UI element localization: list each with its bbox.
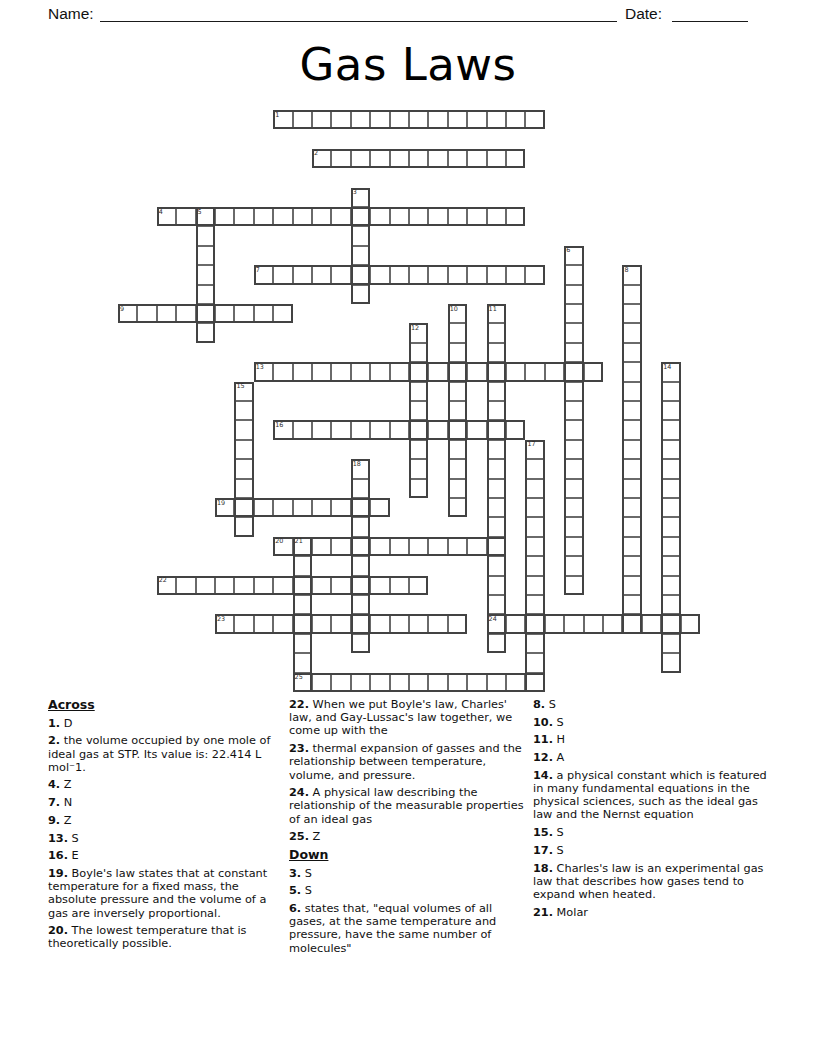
grid-cell[interactable] [487,479,506,498]
grid-cell[interactable] [137,304,156,323]
grid-cell[interactable] [622,401,641,420]
grid-cell[interactable] [525,576,544,595]
grid-cell[interactable] [351,362,370,381]
grid-cell[interactable] [273,304,292,323]
grid-cell[interactable] [622,498,641,517]
grid-cell[interactable] [525,479,544,498]
grid-cell[interactable] [525,537,544,556]
grid-cell[interactable] [351,634,370,653]
grid-cell[interactable] [661,382,680,401]
grid-cell[interactable] [525,653,544,672]
grid-cell[interactable] [545,614,564,633]
grid-cell[interactable] [409,420,428,439]
grid-cell[interactable] [564,459,583,478]
grid-cell[interactable] [448,420,467,439]
grid-cell[interactable] [273,498,292,517]
grid-cell[interactable] [661,479,680,498]
grid-cell[interactable] [409,479,428,498]
grid-cell[interactable] [564,420,583,439]
grid-cell[interactable] [409,382,428,401]
clue-number: 1. [48,717,60,730]
grid-cell[interactable] [448,207,467,226]
grid-cell[interactable] [351,459,370,478]
grid-cell[interactable] [312,420,331,439]
grid-cell[interactable] [196,246,215,265]
grid-cell[interactable] [622,595,641,614]
grid-cell[interactable] [254,362,273,381]
grid-cell[interactable] [506,420,525,439]
grid-cell[interactable] [448,479,467,498]
grid-cell[interactable] [351,110,370,129]
grid-cell[interactable] [564,304,583,323]
grid-cell[interactable] [351,595,370,614]
grid-cell[interactable] [564,498,583,517]
grid-cell[interactable] [254,498,273,517]
grid-cell[interactable] [525,595,544,614]
grid-cell[interactable] [176,576,195,595]
grid-cell[interactable] [448,459,467,478]
grid-cell[interactable] [448,323,467,342]
grid-cell[interactable] [487,401,506,420]
grid-cell[interactable] [409,207,428,226]
grid-cell[interactable] [622,304,641,323]
grid-cell[interactable] [661,537,680,556]
grid-cell[interactable] [370,265,389,284]
grid-cell[interactable] [390,614,409,633]
grid-cell[interactable] [331,265,350,284]
grid-cell[interactable] [331,362,350,381]
grid-cell[interactable] [409,673,428,692]
grid-cell[interactable] [351,149,370,168]
grid-cell[interactable] [293,420,312,439]
grid-cell[interactable] [661,401,680,420]
grid-cell[interactable] [448,343,467,362]
grid-cell[interactable] [331,420,350,439]
grid-cell[interactable] [428,362,447,381]
grid-cell[interactable] [409,343,428,362]
grid-cell[interactable] [448,498,467,517]
grid-cell[interactable] [622,362,641,381]
grid-cell[interactable] [661,498,680,517]
grid-cell[interactable] [273,537,292,556]
grid-cell[interactable] [331,207,350,226]
grid-cell[interactable] [506,673,525,692]
grid-cell[interactable] [331,498,350,517]
grid-cell[interactable] [351,420,370,439]
grid-cell[interactable] [312,110,331,129]
grid-cell[interactable] [312,537,331,556]
clue-item: 4. Z [48,778,286,791]
grid-cell[interactable] [661,556,680,575]
grid-cell[interactable] [487,265,506,284]
clue-number: 7. [48,796,60,809]
grid-cell[interactable] [564,265,583,284]
grid-cell[interactable] [312,576,331,595]
grid-cell[interactable] [564,537,583,556]
grid-cell[interactable] [448,149,467,168]
grid-cell[interactable] [622,479,641,498]
grid-cell[interactable] [370,498,389,517]
grid-cell[interactable] [293,265,312,284]
grid-cell[interactable] [448,614,467,633]
grid-cell[interactable] [448,382,467,401]
grid-cell[interactable] [467,362,486,381]
grid-cell[interactable] [622,537,641,556]
grid-cell[interactable] [487,362,506,381]
grid-cell[interactable] [506,265,525,284]
grid-cell[interactable] [331,537,350,556]
grid-cell[interactable] [370,420,389,439]
grid-cell[interactable] [331,576,350,595]
grid-cell[interactable] [234,614,253,633]
grid-cell[interactable] [234,498,253,517]
grid-cell[interactable] [661,362,680,381]
clue-number: 20. [48,924,68,937]
grid-cell[interactable] [390,207,409,226]
clue-item: 12. A [533,751,775,764]
grid-cell[interactable] [176,207,195,226]
grid-cell[interactable] [487,440,506,459]
grid-cell[interactable] [661,614,680,633]
grid-cell[interactable] [487,556,506,575]
grid-cell[interactable] [234,401,253,420]
grid-cell[interactable] [273,576,292,595]
grid-cell[interactable] [487,673,506,692]
grid-cell[interactable] [564,614,583,633]
grid-cell[interactable] [409,110,428,129]
grid-cell[interactable] [622,343,641,362]
grid-cell[interactable] [293,653,312,672]
grid-cell[interactable] [273,614,292,633]
grid-cell[interactable] [215,614,234,633]
grid-cell[interactable] [351,498,370,517]
grid-cell[interactable] [525,459,544,478]
date-label: Date: [625,5,662,23]
grid-cell[interactable] [196,265,215,284]
grid-cell[interactable] [196,207,215,226]
grid-cell[interactable] [215,498,234,517]
grid-cell[interactable] [487,459,506,478]
grid-cell[interactable] [351,285,370,304]
grid-cell[interactable] [564,576,583,595]
grid-cell[interactable] [661,653,680,672]
grid-cell[interactable] [545,362,564,381]
grid-cell[interactable] [273,265,292,284]
grid-cell[interactable] [487,498,506,517]
grid-cell[interactable] [234,440,253,459]
grid-cell[interactable] [254,576,273,595]
grid-cell[interactable] [215,576,234,595]
clue-item: 8. S [533,698,775,711]
grid-cell[interactable] [312,149,331,168]
grid-cell[interactable] [409,362,428,381]
grid-cell[interactable] [390,362,409,381]
grid-cell[interactable] [254,304,273,323]
grid-cell[interactable] [525,556,544,575]
grid-cell[interactable] [351,207,370,226]
grid-cell[interactable] [448,110,467,129]
grid-cell[interactable] [351,246,370,265]
grid-cell[interactable] [661,595,680,614]
grid-cell[interactable] [448,440,467,459]
grid-cell[interactable] [390,420,409,439]
grid-cell[interactable] [390,110,409,129]
grid-cell[interactable] [525,110,544,129]
grid-cell[interactable] [254,265,273,284]
grid-cell[interactable] [487,343,506,362]
grid-cell[interactable] [254,207,273,226]
grid-cell[interactable] [196,304,215,323]
grid-cell[interactable] [234,517,253,536]
grid-cell[interactable] [525,362,544,381]
grid-cell[interactable] [351,576,370,595]
grid-cell[interactable] [370,149,389,168]
grid-cell[interactable] [584,614,603,633]
grid-cell[interactable] [506,362,525,381]
grid-cell[interactable] [564,556,583,575]
grid-cell[interactable] [234,420,253,439]
grid-cell[interactable] [661,517,680,536]
grid-cell[interactable] [312,207,331,226]
grid-cell[interactable] [312,614,331,633]
grid-cell[interactable] [176,304,195,323]
grid-cell[interactable] [351,188,370,207]
grid-cell[interactable] [487,382,506,401]
grid-cell[interactable] [487,576,506,595]
grid-cell[interactable] [312,498,331,517]
grid-cell[interactable] [409,149,428,168]
grid-cell[interactable] [564,382,583,401]
grid-cell[interactable] [428,673,447,692]
grid-cell[interactable] [331,673,350,692]
grid-cell[interactable] [351,556,370,575]
grid-cell[interactable] [622,459,641,478]
grid-cell[interactable] [525,517,544,536]
grid-cell[interactable] [681,614,700,633]
grid-cell[interactable] [273,207,292,226]
grid-cell[interactable] [331,110,350,129]
grid-cell[interactable] [428,614,447,633]
grid-cell[interactable] [448,673,467,692]
grid-cell[interactable] [428,110,447,129]
grid-cell[interactable] [487,110,506,129]
grid-cell[interactable] [409,459,428,478]
grid-cell[interactable] [506,149,525,168]
grid-cell[interactable] [428,420,447,439]
grid-cell[interactable] [293,576,312,595]
grid-cell[interactable] [564,246,583,265]
grid-cell[interactable] [409,537,428,556]
grid-cell[interactable] [467,673,486,692]
grid-cell[interactable] [622,265,641,284]
grid-cell[interactable] [234,479,253,498]
grid-cell[interactable] [487,304,506,323]
grid-cell[interactable] [506,110,525,129]
grid-cell[interactable] [312,673,331,692]
grid-cell[interactable] [448,265,467,284]
grid-cell[interactable] [390,149,409,168]
grid-cell[interactable] [661,459,680,478]
grid-cell[interactable] [409,323,428,342]
grid-cell[interactable] [564,362,583,381]
grid-cell[interactable] [661,576,680,595]
grid-cell[interactable] [622,285,641,304]
grid-cell[interactable] [234,304,253,323]
grid-cell[interactable] [234,207,253,226]
grid-cell[interactable] [467,537,486,556]
grid-cell[interactable] [254,614,273,633]
grid-cell[interactable] [564,323,583,342]
grid-cell[interactable] [622,614,641,633]
grid-cell[interactable] [390,576,409,595]
grid-cell[interactable] [409,401,428,420]
grid-cell[interactable] [118,304,137,323]
grid-cell[interactable] [351,673,370,692]
grid-cell[interactable] [293,207,312,226]
grid-cell[interactable] [409,440,428,459]
grid-cell[interactable] [273,110,292,129]
grid-cell[interactable] [487,207,506,226]
grid-cell[interactable] [467,207,486,226]
grid-cell[interactable] [293,537,312,556]
grid-cell[interactable] [487,595,506,614]
grid-cell[interactable] [293,634,312,653]
grid-cell[interactable] [390,673,409,692]
grid-cell[interactable] [622,323,641,342]
clue-number: 9. [48,814,60,827]
grid-cell[interactable] [506,614,525,633]
grid-cell[interactable] [273,420,292,439]
grid-cell[interactable] [215,304,234,323]
grid-cell[interactable] [370,207,389,226]
grid-cell[interactable] [525,265,544,284]
grid-cell[interactable] [293,498,312,517]
grid-cell[interactable] [157,576,176,595]
grid-cell[interactable] [293,362,312,381]
grid-cell[interactable] [351,265,370,284]
grid-cell[interactable] [234,459,253,478]
grid-cell[interactable] [234,382,253,401]
grid-cell[interactable] [428,265,447,284]
grid-cell[interactable] [409,265,428,284]
grid-cell[interactable] [525,614,544,633]
grid-cell[interactable] [273,362,292,381]
grid-cell[interactable] [293,673,312,692]
grid-cell[interactable] [564,343,583,362]
grid-cell[interactable] [351,226,370,245]
grid-cell[interactable] [370,537,389,556]
grid-cell[interactable] [487,517,506,536]
grid-cell[interactable] [584,362,603,381]
grid-cell[interactable] [448,401,467,420]
grid-cell[interactable] [622,440,641,459]
grid-cell[interactable] [622,382,641,401]
grid-cell[interactable] [157,304,176,323]
grid-cell[interactable] [642,614,661,633]
grid-cell[interactable] [448,362,467,381]
grid-cell[interactable] [525,498,544,517]
grid-cell[interactable] [293,556,312,575]
grid-cell[interactable] [351,537,370,556]
grid-cell[interactable] [351,614,370,633]
grid-cell[interactable] [506,207,525,226]
grid-cell[interactable] [409,576,428,595]
grid-cell[interactable] [467,110,486,129]
grid-cell[interactable] [331,614,350,633]
grid-cell[interactable] [370,362,389,381]
grid-cell[interactable] [661,634,680,653]
grid-cell[interactable] [196,323,215,342]
grid-cell[interactable] [622,576,641,595]
grid-cell[interactable] [661,420,680,439]
grid-cell[interactable] [622,517,641,536]
grid-cell[interactable] [312,265,331,284]
grid-cell[interactable] [312,362,331,381]
grid-cell[interactable] [234,576,253,595]
grid-cell[interactable] [564,479,583,498]
grid-cell[interactable] [487,420,506,439]
grid-cell[interactable] [525,634,544,653]
grid-cell[interactable] [448,304,467,323]
grid-cell[interactable] [390,537,409,556]
grid-cell[interactable] [487,149,506,168]
clue-number: 4. [48,778,60,791]
grid-cell[interactable] [196,226,215,245]
grid-cell[interactable] [390,265,409,284]
grid-cell[interactable] [487,323,506,342]
grid-cell[interactable] [467,149,486,168]
grid-cell[interactable] [564,285,583,304]
grid-cell[interactable] [370,110,389,129]
grid-cell[interactable] [351,517,370,536]
grid-cell[interactable] [487,614,506,633]
grid-cell[interactable] [428,207,447,226]
clue-number: 3. [289,867,301,880]
clue-number: 17. [533,844,553,857]
grid-cell[interactable] [467,420,486,439]
grid-cell[interactable] [409,614,428,633]
grid-cell[interactable] [487,537,506,556]
grid-cell[interactable] [428,149,447,168]
grid-cell[interactable] [525,673,544,692]
grid-cell[interactable] [331,149,350,168]
grid-cell[interactable] [622,556,641,575]
grid-cell[interactable] [603,614,622,633]
grid-cell[interactable] [467,265,486,284]
grid-cell[interactable] [661,440,680,459]
grid-cell[interactable] [196,576,215,595]
grid-cell[interactable] [428,537,447,556]
grid-cell[interactable] [564,401,583,420]
grid-cell[interactable] [564,517,583,536]
clue-item: 16. E [48,849,286,862]
grid-cell[interactable] [293,110,312,129]
grid-cell[interactable] [622,420,641,439]
grid-cell[interactable] [157,207,176,226]
grid-cell[interactable] [448,537,467,556]
grid-cell[interactable] [370,673,389,692]
grid-cell[interactable] [293,614,312,633]
grid-cell[interactable] [525,440,544,459]
grid-cell[interactable] [215,207,234,226]
grid-cell[interactable] [564,440,583,459]
grid-cell[interactable] [487,634,506,653]
grid-cell[interactable] [293,595,312,614]
grid-cell[interactable] [370,614,389,633]
grid-cell[interactable] [351,479,370,498]
grid-cell[interactable] [196,285,215,304]
grid-cell[interactable] [370,576,389,595]
